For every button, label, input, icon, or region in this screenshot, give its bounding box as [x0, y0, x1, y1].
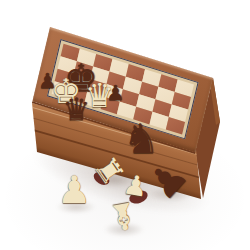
piece-shadow [103, 222, 145, 237]
chess-set-product-photo: ♚ ♟ ♚ ♛ ♟ ♛ ♞ ♟ ♜ ♟ ♝ ♟ [0, 0, 250, 250]
piece-shadow [56, 200, 96, 214]
piece-shadow [148, 186, 194, 202]
